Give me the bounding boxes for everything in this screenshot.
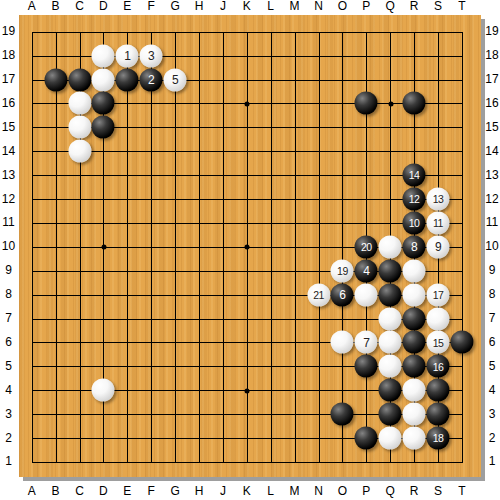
grid-line-vertical	[342, 32, 343, 463]
row-label-left-10: 10	[0, 240, 17, 253]
row-label-right-16: 16	[484, 97, 500, 110]
stone-R3	[403, 403, 426, 426]
row-label-right-9: 9	[484, 264, 500, 277]
row-label-left-3: 3	[0, 408, 17, 421]
row-label-right-7: 7	[484, 312, 500, 325]
column-label-bottom-H: H	[189, 485, 209, 498]
row-label-right-17: 17	[484, 73, 500, 86]
row-label-right-12: 12	[484, 193, 500, 206]
stone-Q3	[379, 403, 402, 426]
row-label-left-5: 5	[0, 360, 17, 373]
row-label-left-4: 4	[0, 384, 17, 397]
stone-P5	[355, 355, 378, 378]
star-point-K4	[245, 388, 250, 393]
grid-line-horizontal	[32, 462, 463, 463]
row-label-right-5: 5	[484, 360, 500, 373]
stone-E17	[116, 68, 139, 91]
column-label-bottom-T: T	[452, 485, 472, 498]
stone-D17	[92, 68, 115, 91]
move-number-label: 4	[363, 265, 369, 277]
column-label-top-D: D	[93, 0, 113, 13]
move-number-label: 7	[363, 336, 369, 348]
column-label-top-S: S	[428, 0, 448, 13]
move-number-label: 8	[411, 241, 417, 253]
row-label-right-15: 15	[484, 121, 500, 134]
stone-Q7	[379, 307, 402, 330]
row-label-right-14: 14	[484, 145, 500, 158]
stone-Q10	[379, 235, 402, 258]
column-label-bottom-N: N	[309, 485, 329, 498]
stone-Q5	[379, 355, 402, 378]
move-number-label: 15	[433, 337, 444, 348]
star-point-K10	[245, 245, 250, 250]
stone-R6	[403, 331, 426, 354]
move-number-label: 16	[433, 361, 444, 372]
column-label-top-N: N	[309, 0, 329, 13]
move-7-stone-P6: 7	[355, 331, 378, 354]
stone-R4	[403, 379, 426, 402]
star-point-Q16	[388, 101, 393, 106]
move-number-label: 1	[124, 50, 130, 62]
row-label-left-7: 7	[0, 312, 17, 325]
column-label-bottom-F: F	[141, 485, 161, 498]
stone-T6	[450, 331, 473, 354]
stone-R9	[403, 259, 426, 282]
column-label-top-E: E	[117, 0, 137, 13]
move-13-stone-S12: 13	[427, 188, 450, 211]
stone-C17	[68, 68, 91, 91]
move-6-stone-O8: 6	[331, 283, 354, 306]
stone-Q4	[379, 379, 402, 402]
move-number-label: 13	[433, 194, 444, 205]
column-label-bottom-R: R	[404, 485, 424, 498]
move-number-label: 9	[435, 241, 441, 253]
move-4-stone-P9: 4	[355, 259, 378, 282]
move-number-label: 21	[313, 289, 324, 300]
move-number-label: 10	[409, 218, 420, 229]
move-21-stone-N8: 21	[307, 283, 330, 306]
move-1-stone-E18: 1	[116, 44, 139, 67]
row-label-left-12: 12	[0, 193, 17, 206]
stone-O6	[331, 331, 354, 354]
stone-P8	[355, 283, 378, 306]
stone-C15	[68, 116, 91, 139]
row-label-left-2: 2	[0, 432, 17, 445]
column-label-bottom-L: L	[261, 485, 281, 498]
move-17-stone-S8: 17	[427, 283, 450, 306]
column-label-top-C: C	[70, 0, 90, 13]
row-label-right-19: 19	[484, 25, 500, 38]
row-label-right-3: 3	[484, 408, 500, 421]
column-label-bottom-K: K	[237, 485, 257, 498]
row-label-right-4: 4	[484, 384, 500, 397]
move-11-stone-S11: 11	[427, 211, 450, 234]
stone-D16	[92, 92, 115, 115]
column-label-bottom-S: S	[428, 485, 448, 498]
column-label-top-O: O	[332, 0, 352, 13]
stone-P16	[355, 92, 378, 115]
row-label-right-8: 8	[484, 288, 500, 301]
stone-P2	[355, 427, 378, 450]
row-label-right-11: 11	[484, 216, 500, 229]
move-number-label: 14	[409, 170, 420, 181]
stone-Q9	[379, 259, 402, 282]
stone-R5	[403, 355, 426, 378]
column-label-top-G: G	[165, 0, 185, 13]
stone-D15	[92, 116, 115, 139]
grid-line-vertical	[319, 32, 320, 463]
go-diagram: ABCDEFGHJKLMNOPQRST ABCDEFGHJKLMNOPQRST …	[0, 0, 500, 500]
column-label-bottom-P: P	[356, 485, 376, 498]
row-label-right-2: 2	[484, 432, 500, 445]
row-label-right-1: 1	[484, 455, 500, 468]
column-label-bottom-C: C	[70, 485, 90, 498]
column-label-top-L: L	[261, 0, 281, 13]
row-label-left-17: 17	[0, 73, 17, 86]
stone-C16	[68, 92, 91, 115]
move-10-stone-R11: 10	[403, 211, 426, 234]
row-label-left-14: 14	[0, 145, 17, 158]
stone-S4	[427, 379, 450, 402]
column-label-top-A: A	[22, 0, 42, 13]
stone-D4	[92, 379, 115, 402]
move-number-label: 20	[361, 242, 372, 253]
column-label-top-R: R	[404, 0, 424, 13]
column-label-bottom-E: E	[117, 485, 137, 498]
row-label-right-10: 10	[484, 240, 500, 253]
stone-S7	[427, 307, 450, 330]
move-5-stone-G17: 5	[164, 68, 187, 91]
stone-S3	[427, 403, 450, 426]
row-label-left-1: 1	[0, 455, 17, 468]
stone-Q6	[379, 331, 402, 354]
move-20-stone-P10: 20	[355, 235, 378, 258]
move-12-stone-R12: 12	[403, 188, 426, 211]
row-label-left-8: 8	[0, 288, 17, 301]
column-label-top-K: K	[237, 0, 257, 13]
grid-line-vertical	[295, 32, 296, 463]
row-label-left-9: 9	[0, 264, 17, 277]
row-label-left-15: 15	[0, 121, 17, 134]
column-label-top-P: P	[356, 0, 376, 13]
column-label-top-J: J	[213, 0, 233, 13]
move-15-stone-S6: 15	[427, 331, 450, 354]
move-number-label: 17	[433, 289, 444, 300]
move-3-stone-F18: 3	[140, 44, 163, 67]
row-label-right-13: 13	[484, 169, 500, 182]
stone-Q2	[379, 427, 402, 450]
column-label-bottom-Q: Q	[380, 485, 400, 498]
row-label-left-16: 16	[0, 97, 17, 110]
column-label-bottom-D: D	[93, 485, 113, 498]
star-point-D10	[101, 245, 106, 250]
row-label-left-13: 13	[0, 169, 17, 182]
stone-R16	[403, 92, 426, 115]
column-label-bottom-A: A	[22, 485, 42, 498]
row-label-left-19: 19	[0, 25, 17, 38]
column-label-top-T: T	[452, 0, 472, 13]
move-number-label: 11	[433, 218, 443, 229]
row-label-left-6: 6	[0, 336, 17, 349]
move-number-label: 12	[409, 194, 420, 205]
row-label-left-11: 11	[0, 216, 17, 229]
star-point-K16	[245, 101, 250, 106]
column-label-bottom-G: G	[165, 485, 185, 498]
row-label-left-18: 18	[0, 49, 17, 62]
grid-line-vertical	[271, 32, 272, 463]
move-number-label: 6	[339, 289, 345, 301]
move-number-label: 19	[337, 265, 348, 276]
move-number-label: 18	[433, 433, 444, 444]
column-label-top-H: H	[189, 0, 209, 13]
move-19-stone-O9: 19	[331, 259, 354, 282]
column-label-bottom-M: M	[285, 485, 305, 498]
column-label-bottom-B: B	[46, 485, 66, 498]
move-2-stone-F17: 2	[140, 68, 163, 91]
stone-Q8	[379, 283, 402, 306]
stone-R8	[403, 283, 426, 306]
stone-D18	[92, 44, 115, 67]
column-label-top-F: F	[141, 0, 161, 13]
move-number-label: 3	[148, 50, 154, 62]
column-label-top-B: B	[46, 0, 66, 13]
move-18-stone-S2: 18	[427, 427, 450, 450]
move-number-label: 2	[148, 74, 154, 86]
stone-R2	[403, 427, 426, 450]
column-label-top-Q: Q	[380, 0, 400, 13]
move-9-stone-S10: 9	[427, 235, 450, 258]
row-label-right-6: 6	[484, 336, 500, 349]
move-14-stone-R13: 14	[403, 164, 426, 187]
move-number-label: 5	[172, 74, 178, 86]
move-16-stone-S5: 16	[427, 355, 450, 378]
move-8-stone-R10: 8	[403, 235, 426, 258]
stone-B17	[44, 68, 67, 91]
grid-line-vertical	[462, 32, 463, 463]
stone-R7	[403, 307, 426, 330]
row-label-right-18: 18	[484, 49, 500, 62]
stone-O3	[331, 403, 354, 426]
column-label-top-M: M	[285, 0, 305, 13]
column-label-bottom-O: O	[332, 485, 352, 498]
column-label-bottom-J: J	[213, 485, 233, 498]
stone-C14	[68, 140, 91, 163]
